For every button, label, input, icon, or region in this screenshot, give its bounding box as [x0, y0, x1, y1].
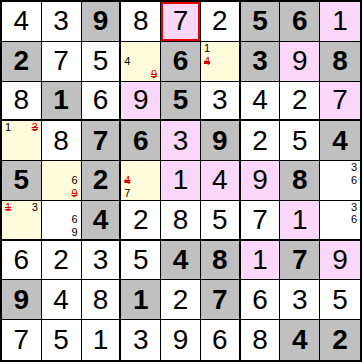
candidate-struck: 9 — [68, 187, 81, 200]
candidate-marks: 36 — [320, 161, 360, 200]
placed-digit: 9 — [280, 42, 319, 81]
cell-r7c3[interactable]: 3 — [82, 241, 122, 281]
cell-r1c1[interactable]: 4 — [2, 2, 42, 42]
candidate: 6 — [68, 213, 81, 226]
cell-r8c1[interactable]: 9 — [2, 280, 42, 320]
candidate: 6 — [347, 213, 360, 226]
cell-r9c9[interactable]: 2 — [320, 320, 360, 360]
cell-r8c7[interactable]: 6 — [241, 280, 281, 320]
cell-r1c4[interactable]: 8 — [121, 2, 161, 42]
cell-r1c2[interactable]: 3 — [42, 2, 82, 42]
given-digit: 9 — [2, 280, 41, 319]
cell-r5c2[interactable]: 69 — [42, 161, 82, 201]
candidate: 3 — [28, 201, 41, 214]
cell-r5c7[interactable]: 9 — [241, 161, 281, 201]
placed-digit: 5 — [320, 280, 360, 319]
placed-digit: 5 — [82, 42, 120, 81]
candidate: 1 — [201, 42, 214, 55]
cell-r1c3[interactable]: 9 — [82, 2, 122, 42]
placed-digit: 8 — [42, 121, 81, 160]
placed-digit: 5 — [42, 320, 81, 360]
given-digit: 9 — [201, 121, 239, 160]
placed-digit: 8 — [241, 320, 280, 360]
cell-r8c6[interactable]: 7 — [201, 280, 241, 320]
cell-r1c8[interactable]: 6 — [280, 2, 320, 42]
cell-r7c4[interactable]: 5 — [121, 241, 161, 281]
placed-digit: 3 — [42, 2, 81, 41]
cell-r4c3[interactable]: 7 — [82, 121, 122, 161]
cell-r7c9[interactable]: 9 — [320, 241, 360, 281]
given-digit: 8 — [201, 241, 239, 280]
cell-r8c9[interactable]: 5 — [320, 280, 360, 320]
cell-r8c8[interactable]: 3 — [280, 280, 320, 320]
candidate: 4 — [121, 55, 134, 68]
cell-r5c5[interactable]: 1 — [161, 161, 201, 201]
placed-digit: 8 — [161, 201, 200, 239]
cell-r1c6[interactable]: 2 — [201, 2, 241, 42]
cell-r5c8[interactable]: 8 — [280, 161, 320, 201]
cell-r4c8[interactable]: 5 — [280, 121, 320, 161]
cell-r4c2[interactable]: 8 — [42, 121, 82, 161]
cell-r6c4[interactable]: 2 — [121, 201, 161, 241]
given-digit: 2 — [2, 42, 41, 81]
cell-r3c1[interactable]: 8 — [2, 82, 42, 122]
cell-r6c8[interactable]: 1 — [280, 201, 320, 241]
placed-digit: 6 — [241, 280, 280, 319]
given-digit: 6 — [280, 2, 319, 41]
placed-digit: 9 — [241, 161, 280, 200]
sudoku-board: 4398725612754961439881695342713876392545… — [0, 0, 362, 362]
given-digit: 6 — [121, 121, 160, 160]
cell-r4c9[interactable]: 4 — [320, 121, 360, 161]
placed-digit: 6 — [82, 82, 120, 120]
placed-digit: 3 — [82, 241, 120, 280]
placed-digit: 6 — [2, 241, 41, 280]
placed-digit: 5 — [121, 241, 160, 280]
placed-digit: 4 — [2, 2, 41, 41]
placed-digit: 4 — [241, 82, 280, 120]
cell-r9c2[interactable]: 5 — [42, 320, 82, 360]
given-digit: 5 — [2, 161, 41, 200]
cell-r3c4[interactable]: 9 — [121, 82, 161, 122]
candidate: 6 — [347, 174, 360, 187]
cell-r9c6[interactable]: 6 — [201, 320, 241, 360]
cell-r6c7[interactable]: 7 — [241, 201, 281, 241]
placed-digit: 3 — [161, 121, 200, 160]
cell-r7c7[interactable]: 1 — [241, 241, 281, 281]
cell-r2c5[interactable]: 6 — [161, 42, 201, 82]
cell-r2c2[interactable]: 7 — [42, 42, 82, 82]
given-digit: 4 — [320, 121, 360, 160]
placed-digit: 1 — [241, 241, 280, 280]
cell-r7c2[interactable]: 2 — [42, 241, 82, 281]
placed-digit: 7 — [161, 2, 200, 41]
candidate-struck: 9 — [147, 68, 160, 81]
placed-digit: 9 — [161, 320, 200, 360]
placed-digit: 3 — [280, 280, 319, 319]
cell-r6c2[interactable]: 69 — [42, 201, 82, 241]
cell-r3c9[interactable]: 7 — [320, 82, 360, 122]
cell-r6c3[interactable]: 4 — [82, 201, 122, 241]
candidate: 9 — [68, 226, 81, 239]
candidate-struck: 4 — [121, 174, 134, 187]
candidate-marks: 69 — [42, 161, 81, 200]
placed-digit: 4 — [201, 161, 239, 200]
placed-digit: 2 — [42, 241, 81, 280]
placed-digit: 6 — [201, 320, 239, 360]
candidate-marks: 13 — [2, 201, 41, 239]
candidate-struck: 4 — [201, 55, 214, 68]
candidate-marks: 69 — [42, 201, 81, 239]
given-digit: 7 — [201, 280, 239, 319]
cell-r2c6[interactable]: 14 — [201, 42, 241, 82]
cell-r7c1[interactable]: 6 — [2, 241, 42, 281]
placed-digit: 8 — [121, 2, 160, 41]
placed-digit: 9 — [121, 82, 160, 120]
candidate: 3 — [347, 201, 360, 214]
placed-digit: 1 — [320, 2, 360, 41]
placed-digit: 8 — [82, 280, 120, 319]
cell-r8c5[interactable]: 2 — [161, 280, 201, 320]
given-digit: 1 — [121, 280, 160, 319]
cell-r6c5[interactable]: 8 — [161, 201, 201, 241]
cell-r9c1[interactable]: 7 — [2, 320, 42, 360]
cell-r2c9[interactable]: 8 — [320, 42, 360, 82]
cell-r3c7[interactable]: 4 — [241, 82, 281, 122]
given-digit: 4 — [161, 241, 200, 280]
cell-r5c6[interactable]: 4 — [201, 161, 241, 201]
candidate-struck: 3 — [28, 121, 41, 134]
placed-digit: 9 — [320, 241, 360, 280]
placed-digit: 1 — [161, 161, 200, 200]
cell-r3c3[interactable]: 6 — [82, 82, 122, 122]
cell-r9c7[interactable]: 8 — [241, 320, 281, 360]
cell-r7c6[interactable]: 8 — [201, 241, 241, 281]
candidate: 3 — [347, 161, 360, 174]
given-digit: 7 — [280, 241, 319, 280]
cell-r4c4[interactable]: 6 — [121, 121, 161, 161]
placed-digit: 5 — [201, 201, 239, 239]
cell-r4c5[interactable]: 3 — [161, 121, 201, 161]
cell-r7c8[interactable]: 7 — [280, 241, 320, 281]
cell-r4c6[interactable]: 9 — [201, 121, 241, 161]
cell-r9c8[interactable]: 4 — [280, 320, 320, 360]
given-digit: 2 — [320, 320, 360, 360]
placed-digit: 3 — [121, 320, 160, 360]
given-digit: 5 — [241, 2, 280, 41]
candidate: 1 — [2, 121, 15, 134]
cell-r9c4[interactable]: 3 — [121, 320, 161, 360]
cell-r2c7[interactable]: 3 — [241, 42, 281, 82]
cell-r5c4[interactable]: 47 — [121, 161, 161, 201]
candidate: 6 — [68, 174, 81, 187]
cell-r3c2[interactable]: 1 — [42, 82, 82, 122]
candidate-marks: 47 — [121, 161, 160, 200]
cell-r9c3[interactable]: 1 — [82, 320, 122, 360]
given-digit: 2 — [82, 161, 120, 200]
cell-r2c3[interactable]: 5 — [82, 42, 122, 82]
placed-digit: 3 — [201, 82, 239, 120]
cell-r4c1[interactable]: 13 — [2, 121, 42, 161]
candidate: 7 — [121, 187, 134, 200]
candidate-struck: 1 — [2, 201, 15, 214]
given-digit: 4 — [82, 201, 120, 239]
placed-digit: 8 — [2, 82, 41, 120]
cell-r6c6[interactable]: 5 — [201, 201, 241, 241]
placed-digit: 2 — [201, 2, 239, 41]
cell-r7c5[interactable]: 4 — [161, 241, 201, 281]
cell-r6c1[interactable]: 13 — [2, 201, 42, 241]
cell-r8c2[interactable]: 4 — [42, 280, 82, 320]
candidate-marks: 36 — [320, 201, 360, 239]
cell-r1c7[interactable]: 5 — [241, 2, 281, 42]
cell-r5c3[interactable]: 2 — [82, 161, 122, 201]
placed-digit: 7 — [320, 82, 360, 120]
given-digit: 8 — [280, 161, 319, 200]
given-digit: 3 — [241, 42, 280, 81]
cell-r2c8[interactable]: 9 — [280, 42, 320, 82]
given-digit: 1 — [42, 82, 81, 120]
given-digit: 4 — [280, 320, 319, 360]
cell-r1c9[interactable]: 1 — [320, 2, 360, 42]
given-digit: 8 — [320, 42, 360, 81]
cell-r5c1[interactable]: 5 — [2, 161, 42, 201]
placed-digit: 2 — [280, 82, 319, 120]
given-digit: 5 — [161, 82, 200, 120]
cell-r8c3[interactable]: 8 — [82, 280, 122, 320]
cell-r1c5[interactable]: 7 — [161, 2, 201, 42]
cell-r3c8[interactable]: 2 — [280, 82, 320, 122]
placed-digit: 4 — [42, 280, 81, 319]
given-digit: 6 — [161, 42, 200, 81]
candidate-marks: 14 — [201, 42, 239, 81]
given-digit: 7 — [82, 121, 120, 160]
placed-digit: 5 — [280, 121, 319, 160]
cell-r2c4[interactable]: 49 — [121, 42, 161, 82]
placed-digit: 1 — [280, 201, 319, 239]
cell-r8c4[interactable]: 1 — [121, 280, 161, 320]
cell-r4c7[interactable]: 2 — [241, 121, 281, 161]
candidate-marks: 49 — [121, 42, 160, 81]
placed-digit: 1 — [82, 320, 120, 360]
placed-digit: 2 — [241, 121, 280, 160]
placed-digit: 2 — [121, 201, 160, 239]
placed-digit: 7 — [2, 320, 41, 360]
given-digit: 9 — [82, 2, 120, 41]
placed-digit: 2 — [161, 280, 200, 319]
placed-digit: 7 — [42, 42, 81, 81]
cell-r3c6[interactable]: 3 — [201, 82, 241, 122]
cell-r9c5[interactable]: 9 — [161, 320, 201, 360]
cell-r5c9[interactable]: 36 — [320, 161, 360, 201]
cell-r3c5[interactable]: 5 — [161, 82, 201, 122]
candidate-marks: 13 — [2, 121, 41, 160]
placed-digit: 7 — [241, 201, 280, 239]
cell-r2c1[interactable]: 2 — [2, 42, 42, 82]
cell-r6c9[interactable]: 36 — [320, 201, 360, 241]
